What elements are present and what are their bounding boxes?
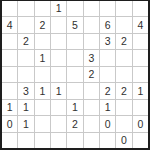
cell-r3c2: 2 bbox=[18, 34, 33, 49]
cell-r3c9[interactable] bbox=[133, 34, 148, 49]
cell-r1c4: 1 bbox=[51, 1, 66, 16]
cell-r2c2[interactable] bbox=[18, 17, 33, 32]
cell-r7c5: 1 bbox=[67, 100, 82, 115]
cell-r4c1[interactable] bbox=[2, 50, 17, 65]
cell-r6c8: 2 bbox=[116, 83, 131, 98]
cell-r4c6: 3 bbox=[84, 50, 99, 65]
cell-r6c2: 3 bbox=[18, 83, 33, 98]
cell-r2c5: 5 bbox=[67, 17, 82, 32]
cell-r3c3[interactable] bbox=[35, 34, 50, 49]
cell-r3c6[interactable] bbox=[84, 34, 99, 49]
cell-r4c9[interactable] bbox=[133, 50, 148, 65]
cell-r5c1[interactable] bbox=[2, 67, 17, 82]
cell-r2c1: 4 bbox=[2, 17, 17, 32]
cell-r7c3[interactable] bbox=[35, 100, 50, 115]
cell-r7c2: 1 bbox=[18, 100, 33, 115]
cell-r5c2[interactable] bbox=[18, 67, 33, 82]
cell-r3c1[interactable] bbox=[2, 34, 17, 49]
cell-r4c8[interactable] bbox=[116, 50, 131, 65]
cell-r9c7[interactable] bbox=[100, 133, 115, 148]
cell-r1c5[interactable] bbox=[67, 1, 82, 16]
cell-r1c9[interactable] bbox=[133, 1, 148, 16]
cell-r1c3[interactable] bbox=[35, 1, 50, 16]
cell-r7c8[interactable] bbox=[116, 100, 131, 115]
cell-r2c6[interactable] bbox=[84, 17, 99, 32]
cell-r9c4[interactable] bbox=[51, 133, 66, 148]
cell-r6c4: 1 bbox=[51, 83, 66, 98]
cell-r2c7: 6 bbox=[100, 17, 115, 32]
cell-r4c4[interactable] bbox=[51, 50, 66, 65]
cell-r1c1[interactable] bbox=[2, 1, 17, 16]
puzzle-board: 1425642321323112211111012000 bbox=[0, 0, 150, 150]
cell-r8c1: 0 bbox=[2, 116, 17, 131]
cell-r5c8[interactable] bbox=[116, 67, 131, 82]
cell-r8c8[interactable] bbox=[116, 116, 131, 131]
cell-r1c8[interactable] bbox=[116, 1, 131, 16]
cell-r4c3: 1 bbox=[35, 50, 50, 65]
cell-r8c7: 0 bbox=[100, 116, 115, 131]
cell-r9c8: 0 bbox=[116, 133, 131, 148]
cell-r7c4[interactable] bbox=[51, 100, 66, 115]
cell-r3c5[interactable] bbox=[67, 34, 82, 49]
cell-r1c2[interactable] bbox=[18, 1, 33, 16]
cell-r9c5[interactable] bbox=[67, 133, 82, 148]
cell-r3c7: 3 bbox=[100, 34, 115, 49]
cell-r9c1[interactable] bbox=[2, 133, 17, 148]
cell-r5c5[interactable] bbox=[67, 67, 82, 82]
cell-r6c3: 1 bbox=[35, 83, 50, 98]
cell-r4c2[interactable] bbox=[18, 50, 33, 65]
cell-r7c7: 1 bbox=[100, 100, 115, 115]
cell-r9c2[interactable] bbox=[18, 133, 33, 148]
cell-r9c9[interactable] bbox=[133, 133, 148, 148]
cell-r9c3[interactable] bbox=[35, 133, 50, 148]
cell-r6c7: 2 bbox=[100, 83, 115, 98]
cell-r7c6[interactable] bbox=[84, 100, 99, 115]
cell-r4c5[interactable] bbox=[67, 50, 82, 65]
cell-r4c7[interactable] bbox=[100, 50, 115, 65]
cell-r2c8[interactable] bbox=[116, 17, 131, 32]
cell-r2c4[interactable] bbox=[51, 17, 66, 32]
cell-r2c9: 4 bbox=[133, 17, 148, 32]
cell-r8c6[interactable] bbox=[84, 116, 99, 131]
cell-r8c4[interactable] bbox=[51, 116, 66, 131]
cell-r6c1[interactable] bbox=[2, 83, 17, 98]
cell-r3c4[interactable] bbox=[51, 34, 66, 49]
cell-r8c3[interactable] bbox=[35, 116, 50, 131]
cell-r8c5: 2 bbox=[67, 116, 82, 131]
cell-r1c6[interactable] bbox=[84, 1, 99, 16]
cell-r8c2: 1 bbox=[18, 116, 33, 131]
cell-r8c9: 0 bbox=[133, 116, 148, 131]
cell-r2c3: 2 bbox=[35, 17, 50, 32]
cell-r5c9[interactable] bbox=[133, 67, 148, 82]
cell-r1c7[interactable] bbox=[100, 1, 115, 16]
cell-r6c9: 1 bbox=[133, 83, 148, 98]
cell-r5c6: 2 bbox=[84, 67, 99, 82]
cell-r5c3[interactable] bbox=[35, 67, 50, 82]
cell-r5c4[interactable] bbox=[51, 67, 66, 82]
cell-r6c6[interactable] bbox=[84, 83, 99, 98]
cell-r7c9[interactable] bbox=[133, 100, 148, 115]
cell-r6c5[interactable] bbox=[67, 83, 82, 98]
cell-r7c1: 1 bbox=[2, 100, 17, 115]
cell-r9c6[interactable] bbox=[84, 133, 99, 148]
cell-r3c8: 2 bbox=[116, 34, 131, 49]
cell-r5c7[interactable] bbox=[100, 67, 115, 82]
